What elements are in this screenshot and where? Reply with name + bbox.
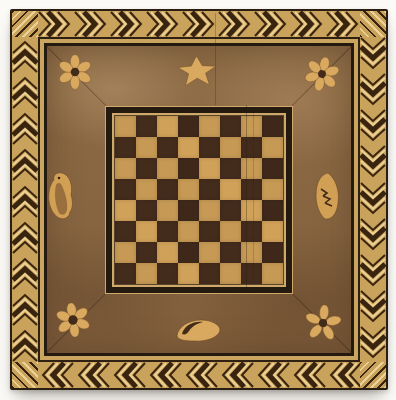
chevron-arrow: [182, 362, 218, 388]
checkerboard-border: [106, 107, 292, 293]
square-b5[interactable]: [136, 179, 157, 200]
walnut-frame: [44, 43, 354, 356]
chevron-arrow: [254, 11, 290, 37]
wood-crack: [253, 113, 254, 283]
square-b1[interactable]: [136, 263, 157, 284]
square-a4[interactable]: [115, 200, 136, 221]
square-b3[interactable]: [136, 221, 157, 242]
chevron-strip-right: [359, 37, 386, 362]
chevron-arrow: [290, 362, 326, 388]
chevron-border: [12, 11, 386, 388]
chevron-arrow: [74, 11, 110, 37]
chevron-arrow: [110, 11, 146, 37]
square-d5[interactable]: [178, 179, 199, 200]
square-h5[interactable]: [262, 179, 283, 200]
chevron-arrow: [360, 73, 386, 109]
square-d3[interactable]: [178, 221, 199, 242]
square-e6[interactable]: [199, 158, 220, 179]
square-b8[interactable]: [136, 116, 157, 137]
chevron-arrow: [360, 218, 386, 254]
square-c1[interactable]: [157, 263, 178, 284]
chevron-arrow: [12, 218, 38, 254]
chevron-arrow: [360, 145, 386, 181]
square-c5[interactable]: [157, 179, 178, 200]
square-f5[interactable]: [220, 179, 241, 200]
square-c6[interactable]: [157, 158, 178, 179]
chevron-arrow: [326, 362, 360, 388]
chevron-arrow: [360, 37, 386, 73]
square-g2[interactable]: [241, 242, 262, 263]
square-e7[interactable]: [199, 137, 220, 158]
chevron-arrow: [290, 11, 326, 37]
chevron-arrow: [12, 73, 38, 109]
square-a1[interactable]: [115, 263, 136, 284]
miter-corner-bottom-right: [360, 362, 386, 388]
wood-crack: [246, 105, 247, 289]
square-d4[interactable]: [178, 200, 199, 221]
square-d7[interactable]: [178, 137, 199, 158]
square-a8[interactable]: [115, 116, 136, 137]
checkerboard: [115, 116, 283, 284]
square-a6[interactable]: [115, 158, 136, 179]
square-f6[interactable]: [220, 158, 241, 179]
chevron-arrow: [326, 11, 360, 37]
chevron-arrow: [218, 362, 254, 388]
square-a2[interactable]: [115, 242, 136, 263]
square-e5[interactable]: [199, 179, 220, 200]
square-e3[interactable]: [199, 221, 220, 242]
square-f2[interactable]: [220, 242, 241, 263]
square-d1[interactable]: [178, 263, 199, 284]
square-a7[interactable]: [115, 137, 136, 158]
chevron-arrow: [12, 145, 38, 181]
square-h6[interactable]: [262, 158, 283, 179]
square-g7[interactable]: [241, 137, 262, 158]
square-e4[interactable]: [199, 200, 220, 221]
square-g3[interactable]: [241, 221, 262, 242]
square-h7[interactable]: [262, 137, 283, 158]
square-c7[interactable]: [157, 137, 178, 158]
chevron-arrow: [360, 182, 386, 218]
chevron-arrow: [12, 109, 38, 145]
square-b7[interactable]: [136, 137, 157, 158]
square-b2[interactable]: [136, 242, 157, 263]
chevron-arrow: [360, 109, 386, 145]
chevron-arrow: [110, 362, 146, 388]
square-a3[interactable]: [115, 221, 136, 242]
square-f8[interactable]: [220, 116, 241, 137]
square-e8[interactable]: [199, 116, 220, 137]
miter-seam: [292, 46, 352, 106]
chevron-arrow: [254, 362, 290, 388]
chevron-arrow: [38, 362, 74, 388]
chevron-arrow: [360, 290, 386, 326]
square-d6[interactable]: [178, 158, 199, 179]
square-g6[interactable]: [241, 158, 262, 179]
square-f3[interactable]: [220, 221, 241, 242]
chevron-arrow: [182, 11, 218, 37]
chevron-arrow: [360, 254, 386, 290]
square-h3[interactable]: [262, 221, 283, 242]
chevron-arrow: [12, 37, 38, 73]
photo-background: [0, 0, 396, 400]
square-d2[interactable]: [178, 242, 199, 263]
wood-crack: [215, 13, 216, 105]
square-d8[interactable]: [178, 116, 199, 137]
miter-seam: [46, 293, 106, 353]
square-f4[interactable]: [220, 200, 241, 221]
chevron-arrow: [146, 362, 182, 388]
square-g8[interactable]: [241, 116, 262, 137]
square-e2[interactable]: [199, 242, 220, 263]
square-c4[interactable]: [157, 200, 178, 221]
miter-corner-top-right: [360, 11, 386, 37]
square-c3[interactable]: [157, 221, 178, 242]
chevron-strip-bottom: [38, 361, 360, 388]
chevron-strip-top: [38, 11, 360, 38]
square-e1[interactable]: [199, 263, 220, 284]
square-h2[interactable]: [262, 242, 283, 263]
miter-corner-top-left: [12, 11, 38, 37]
square-c2[interactable]: [157, 242, 178, 263]
chevron-arrow: [12, 290, 38, 326]
chevron-arrow: [218, 11, 254, 37]
miter-seam: [46, 46, 106, 106]
miter-seam: [292, 293, 352, 353]
square-a5[interactable]: [115, 179, 136, 200]
square-h4[interactable]: [262, 200, 283, 221]
chevron-arrow: [74, 362, 110, 388]
chevron-arrow: [12, 254, 38, 290]
square-h8[interactable]: [262, 116, 283, 137]
games-board: [10, 9, 388, 390]
chevron-arrow: [12, 182, 38, 218]
miter-corner-bottom-left: [12, 362, 38, 388]
pinstripe-band: [38, 37, 360, 362]
chevron-arrow: [38, 11, 74, 37]
square-f1[interactable]: [220, 263, 241, 284]
chevron-arrow: [360, 326, 386, 362]
chevron-arrow: [146, 11, 182, 37]
square-g5[interactable]: [241, 179, 262, 200]
square-c8[interactable]: [157, 116, 178, 137]
square-b4[interactable]: [136, 200, 157, 221]
chevron-arrow: [12, 326, 38, 362]
square-h1[interactable]: [262, 263, 283, 284]
square-b6[interactable]: [136, 158, 157, 179]
chevron-strip-left: [12, 37, 39, 362]
square-g4[interactable]: [241, 200, 262, 221]
square-g1[interactable]: [241, 263, 262, 284]
square-f7[interactable]: [220, 137, 241, 158]
